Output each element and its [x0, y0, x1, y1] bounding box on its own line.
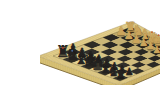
tip-highlight-e1 [158, 34, 160, 36]
tip-highlight-a8 [62, 47, 64, 49]
chess-set-photo: ♜♞♝♛♚♝♞♜♟♟♟♟♟♟♟♟♟♟♟♟♟♟♟♟♜♞♝♛♚♝♞♜ Angled … [40, 16, 160, 85]
tip-highlight-d1 [151, 31, 153, 33]
chess-board: ♜♞♝♛♚♝♞♜♟♟♟♟♟♟♟♟♟♟♟♟♟♟♟♟♜♞♝♛♚♝♞♜ [40, 16, 160, 85]
black-rook-h8: ♜ [115, 68, 126, 82]
white-pawn-g2: ♟ [159, 47, 160, 58]
tip-highlight-b8 [71, 50, 73, 52]
